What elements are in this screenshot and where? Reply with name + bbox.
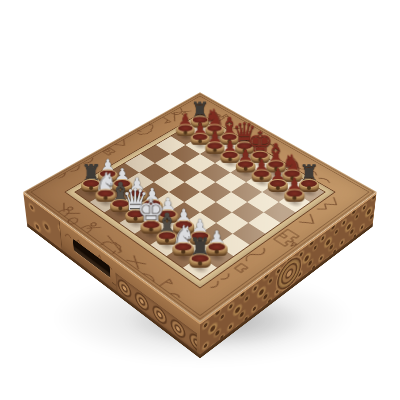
figurine: ♟ bbox=[280, 151, 308, 202]
product-photo: ♜♞♝♛♚♝♞♜♟♟♟♟♟♟♟♟♟♟♟♟♟♟♟♟♜♞♝♛♚♝♞♜ bbox=[0, 0, 400, 400]
wooden-pedestal-base bbox=[189, 257, 211, 268]
figurine: ♜ bbox=[185, 213, 215, 267]
scene: ♜♞♝♛♚♝♞♜♟♟♟♟♟♟♟♟♟♟♟♟♟♟♟♟♜♞♝♛♚♝♞♜ bbox=[0, 0, 400, 400]
wooden-pedestal-base bbox=[284, 192, 304, 202]
